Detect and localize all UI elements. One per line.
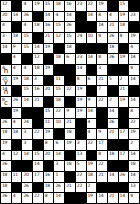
white-cell[interactable]: 8 [129,65,139,75]
cell-code-number: 4 [88,129,91,134]
white-cell[interactable]: 22 [65,86,75,96]
white-cell[interactable]: 15 [119,1,129,11]
white-cell[interactable]: 17 [97,140,107,150]
white-cell[interactable]: 13 [129,183,139,193]
white-cell[interactable]: 21 [44,33,54,43]
white-cell[interactable]: 3 [54,161,64,171]
white-cell[interactable]: 18 [108,44,118,54]
white-cell[interactable]: 18 [54,54,64,64]
cell-letter: n [1,88,11,96]
cell-code-number: 11 [45,119,50,124]
white-cell[interactable]: 15 [22,86,32,96]
cell-code-number: 23 [77,1,82,6]
cell-code-number: 4 [13,193,16,198]
cell-code-number: 24 [77,33,82,38]
white-cell[interactable]: 8 [76,76,86,86]
white-cell[interactable]: 21 [108,129,118,139]
cell-code-number: 4 [13,65,16,70]
white-cell[interactable]: 3 [33,76,43,86]
white-cell[interactable]: 8 [44,140,54,150]
white-cell[interactable]: 11 [44,119,54,129]
white-cell[interactable]: 21 [65,119,75,129]
white-cell[interactable]: 23 [76,54,86,64]
white-cell[interactable]: 2 [87,183,97,193]
white-cell[interactable]: 14 [129,76,139,86]
white-cell[interactable]: 19 [44,65,54,75]
white-cell[interactable]: 11 [54,76,64,86]
white-cell[interactable]: 14 [129,151,139,161]
black-cell [87,151,97,161]
white-cell[interactable]: 4 [1,22,11,32]
black-cell [33,183,43,193]
white-cell[interactable]: 26 [108,119,118,129]
cell-code-number: 19 [120,97,125,102]
black-cell [65,193,75,203]
cell-code-number: 7 [98,86,101,91]
cell-code-number: 5 [109,76,112,81]
white-cell[interactable]: 14 [97,193,107,203]
cell-code-number: 12 [34,54,39,59]
cell-code-number: 14 [98,193,103,198]
white-cell[interactable]: 26 [108,33,118,43]
white-cell[interactable]: 9 [87,97,97,107]
white-cell[interactable]: 26 [22,12,32,22]
white-cell[interactable]: 26 [119,172,129,182]
cell-code-number: 20 [23,172,28,177]
cell-code-number: 15 [55,86,60,91]
cell-code-number: 14 [13,12,18,17]
cell-code-number: 14 [88,12,93,17]
black-cell [108,183,118,193]
white-cell[interactable]: 18 [33,22,43,32]
cell-code-number: 19 [98,1,103,6]
cell-code-number: 19 [77,108,82,113]
white-cell[interactable]: 4 [54,12,64,22]
white-cell[interactable]: 2 [119,76,129,86]
black-cell [76,44,86,54]
white-cell[interactable]: 23 [129,12,139,22]
black-cell [44,161,54,171]
white-cell[interactable]: 12 [12,151,22,161]
cell-code-number: 22 [77,172,82,177]
white-cell[interactable]: 10 [54,119,64,129]
white-cell[interactable]: 6 [87,76,97,86]
white-cell[interactable]: 15 [22,33,32,43]
white-cell[interactable]: 17 [119,129,129,139]
black-cell [22,108,32,118]
cell-code-number: 15 [23,33,28,38]
white-cell[interactable]: 14 [22,97,32,107]
white-cell[interactable]: 19 [44,44,54,54]
white-cell[interactable]: 24 [76,33,86,43]
white-cell[interactable]: 26 [1,193,11,203]
cell-code-number: 22 [77,183,82,188]
white-cell[interactable]: 20 [44,86,54,96]
cell-code-number: 18 [34,65,39,70]
white-cell[interactable]: 14 [119,193,129,203]
white-cell[interactable]: 26 [22,193,32,203]
cell-code-number: 19 [130,33,135,38]
white-cell[interactable]: 14 [33,44,43,54]
white-cell[interactable]: 18 [129,161,139,171]
cell-code-number: 22 [55,108,60,113]
white-cell[interactable]: 14 [108,172,118,182]
black-cell [108,65,118,75]
black-cell [54,129,64,139]
white-cell[interactable]: 26 [1,119,11,129]
white-cell[interactable]: 4 [129,44,139,54]
white-cell[interactable]: 21 [65,183,75,193]
black-cell [22,161,32,171]
white-cell[interactable]: 19 [76,108,86,118]
cell-code-number: 18 [13,33,18,38]
white-cell[interactable]: 22 [129,119,139,129]
white-cell[interactable]: 4 [12,54,22,64]
cell-code-number: 2 [130,140,133,145]
white-cell[interactable]: 20 [44,151,54,161]
cell-code-number: 3 [23,129,26,134]
white-cell[interactable]: 14 [87,54,97,64]
white-cell[interactable]: 4 [22,1,32,11]
white-cell[interactable]: 15 [22,44,32,54]
black-cell [108,161,118,171]
white-cell[interactable]: 4 [12,193,22,203]
cell-code-number: 15 [23,44,28,49]
cell-code-number: 26 [120,172,125,177]
cell-code-number: 4 [55,12,58,17]
cell-code-number: 21 [98,76,103,81]
white-cell[interactable]: 15 [54,86,64,96]
cell-code-number: 21 [109,193,114,198]
black-cell [12,86,22,96]
white-cell[interactable]: 15 [44,1,54,11]
white-cell[interactable]: 18 [65,161,75,171]
white-cell[interactable]: 7 [97,86,107,96]
cell-code-number: 17 [120,151,125,156]
black-cell [76,193,86,203]
white-cell[interactable]: 19 [33,1,43,11]
black-cell [97,44,107,54]
black-cell [119,119,129,129]
white-cell[interactable]: 26 [22,183,32,193]
cell-code-number: 14 [130,97,135,102]
white-cell[interactable]: 22 [97,97,107,107]
white-cell[interactable]: 21 [108,193,118,203]
black-cell [65,172,75,182]
white-cell[interactable]: 5 [76,161,86,171]
white-cell[interactable]: 21 [97,76,107,86]
cell-code-number: 18 [55,1,60,6]
white-cell[interactable]: 14 [54,151,64,161]
white-cell[interactable]: 14 [87,108,97,118]
cell-code-number: 22 [88,1,93,6]
white-cell[interactable]: 19 [97,1,107,11]
white-cell[interactable]: 6 [54,140,64,150]
cell-code-number: 19 [120,54,125,59]
white-cell[interactable]: 19 [44,129,54,139]
white-cell[interactable]: 18 [87,172,97,182]
cell-code-number: 9 [98,129,101,134]
white-cell[interactable]: 16 [33,86,43,96]
black-cell [87,22,97,32]
white-cell[interactable]: 18 [12,129,22,139]
white-cell[interactable]: 14 [87,12,97,22]
cell-code-number: 14 [23,151,28,156]
white-cell[interactable]: 22 [76,172,86,182]
white-cell[interactable]: 18 [12,33,22,43]
cell-letter: y [1,78,11,86]
cell-code-number: 18 [120,22,125,27]
cell-code-number: 22 [66,86,71,91]
black-cell [119,65,129,75]
white-cell[interactable]: 19 [12,76,22,86]
white-cell[interactable]: 15 [54,22,64,32]
cell-code-number: 8 [120,33,123,38]
white-cell[interactable]: 3 [97,65,107,75]
white-cell[interactable]: 4 [108,12,118,22]
white-cell[interactable]: 14 [22,151,32,161]
cell-letter: c [1,99,11,107]
black-cell [44,97,54,107]
white-cell[interactable]: 18 [1,183,11,193]
white-cell[interactable]: 18 [65,44,75,54]
codeword-screenshot: 1241915181623221915201426144141484192344… [0,0,140,204]
cell-code-number: 4 [2,151,5,156]
white-cell[interactable]: 22 [33,129,43,139]
white-cell[interactable]: 14 [129,97,139,107]
cell-code-number: 14 [55,151,60,156]
white-cell[interactable]: 14 [33,161,43,171]
white-cell[interactable]: 12 [54,33,64,43]
cell-code-number: 8 [98,12,101,17]
black-cell [97,108,107,118]
white-cell[interactable]: 9 [97,129,107,139]
white-cell[interactable]: 26 [1,161,11,171]
white-cell[interactable]: 18 [54,1,64,11]
white-cell[interactable]: 18 [119,22,129,32]
white-cell[interactable]: 3 [22,129,32,139]
cell-code-number: 18 [109,44,114,49]
white-cell[interactable]: 19 [129,129,139,139]
white-cell[interactable]: 8 [97,54,107,64]
white-cell[interactable]: 19 [76,86,86,96]
white-cell[interactable]: 8 [119,33,129,43]
cell-code-number: 21 [98,172,103,177]
white-cell[interactable]: 15 [65,33,75,43]
white-cell[interactable]: 14 [54,193,64,203]
white-cell[interactable]: 22 [33,193,43,203]
cell-code-number: 19 [66,140,71,145]
white-cell[interactable]: 19 [119,97,129,107]
white-cell[interactable]: 18 [33,65,43,75]
white-cell[interactable]: 4 [22,22,32,32]
cell-code-number: 14 [130,54,135,59]
white-cell[interactable]: 19 [87,193,97,203]
cell-code-number: 11 [13,172,18,177]
cell-code-number: 3 [55,161,58,166]
black-cell [108,86,118,96]
white-cell[interactable]: 21 [33,97,43,107]
white-cell[interactable]: 19 [119,12,129,22]
white-cell[interactable]: 21 [119,86,129,96]
white-cell[interactable]: 14n [1,86,11,96]
white-cell[interactable]: 24 [22,119,32,129]
white-cell[interactable]: 15 [44,108,54,118]
white-cell[interactable]: 2 [129,140,139,150]
white-cell[interactable]: 26 [65,22,75,32]
white-cell[interactable]: 13 [76,151,86,161]
white-cell[interactable]: 4h [1,65,11,75]
black-cell [129,22,139,32]
white-cell[interactable]: 17 [119,151,129,161]
white-cell[interactable]: 8 [97,151,107,161]
white-cell[interactable]: 19 [12,108,22,118]
white-cell[interactable]: 14 [108,108,118,118]
white-cell[interactable]: 8 [97,33,107,43]
white-cell[interactable]: 18 [44,183,54,193]
cell-code-number: 14 [88,108,93,113]
cell-code-number: 9 [13,44,16,49]
cell-code-number: 16 [45,172,50,177]
black-cell [44,76,54,86]
white-cell[interactable]: 19 [76,97,86,107]
black-cell [97,119,107,129]
cell-code-number: 14 [55,193,60,198]
cell-code-number: 18 [66,161,71,166]
white-cell[interactable]: 20 [22,172,32,182]
white-cell[interactable]: 16 [44,22,54,32]
white-cell[interactable]: 18 [1,129,11,139]
white-cell[interactable]: 15 [33,151,43,161]
white-cell[interactable]: 4 [87,129,97,139]
cell-code-number: 16 [34,86,39,91]
cell-code-number: 23 [77,54,82,59]
white-cell[interactable]: 4 [1,151,11,161]
white-cell[interactable]: 14 [129,172,139,182]
white-cell[interactable]: 2 [108,97,118,107]
cell-code-number: 21 [109,22,114,27]
white-cell[interactable]: 19 [129,33,139,43]
white-cell[interactable]: 16 [65,1,75,11]
cell-code-number: 19 [130,129,135,134]
white-cell[interactable]: 4 [12,119,22,129]
white-cell[interactable]: 14 [12,12,22,22]
white-cell[interactable]: 18 [54,97,64,107]
white-cell[interactable]: 8 [44,193,54,203]
white-cell[interactable]: 22 [87,1,97,11]
white-cell[interactable]: 22 [87,140,97,150]
cell-code-number: 14 [88,54,93,59]
cell-code-number: 18 [2,129,7,134]
cell-code-number: 26 [109,33,114,38]
white-cell[interactable]: 26 [54,183,64,193]
white-cell[interactable]: 14 [97,22,107,32]
white-cell[interactable]: 14 [1,44,11,54]
white-cell[interactable]: 21 [97,172,107,182]
white-cell[interactable]: 4 [22,65,32,75]
white-cell[interactable]: 8c [1,97,11,107]
white-cell[interactable]: 18 [108,151,118,161]
white-cell[interactable]: 4 [87,119,97,129]
cell-code-number: 4 [130,44,133,49]
black-cell [108,140,118,150]
white-cell[interactable]: 18 [22,76,32,86]
white-cell[interactable]: 1 [54,172,64,182]
cell-code-number: 19 [34,1,39,6]
white-cell[interactable]: 19 [1,140,11,150]
cell-code-number: 19 [13,76,18,81]
white-cell[interactable]: 22 [97,161,107,171]
white-cell[interactable]: 26 [12,97,22,107]
cell-code-number: 16 [45,22,50,27]
black-cell [76,12,86,22]
white-cell[interactable]: 11 [12,172,22,182]
white-cell[interactable]: 14 [129,54,139,64]
cell-code-number: 2 [120,76,123,81]
cell-code-number: 18 [23,76,28,81]
cell-code-number: 17 [120,129,125,134]
white-cell[interactable]: 9 [65,108,75,118]
white-cell[interactable]: 23 [76,1,86,11]
cell-code-number: 4 [23,65,26,70]
black-cell [12,22,22,32]
white-cell[interactable]: 22 [76,183,86,193]
white-cell[interactable]: 3 [76,140,86,150]
white-cell[interactable]: 21y [1,76,11,86]
white-cell[interactable]: 14 [76,65,86,75]
white-cell[interactable]: 22 [54,108,64,118]
white-cell[interactable]: 3 [1,33,11,43]
cell-code-number: 9 [66,108,69,113]
white-cell[interactable]: 19 [119,54,129,64]
white-cell[interactable]: 12 [1,1,11,11]
black-cell [12,1,22,11]
white-cell[interactable]: 4 [12,65,22,75]
white-cell[interactable]: 17 [33,172,43,182]
cell-code-number: 19 [45,129,50,134]
white-cell[interactable]: 18 [65,129,75,139]
cell-code-number: 22 [130,119,135,124]
white-cell[interactable]: 14 [65,12,75,22]
white-cell[interactable]: 26 [108,54,118,64]
white-cell[interactable]: 10 [87,33,97,43]
cell-code-number: 26 [13,97,18,102]
white-cell[interactable]: 8 [129,108,139,118]
cell-code-number: 18 [2,172,7,177]
white-cell[interactable]: 9 [12,44,22,54]
cell-code-number: 21 [34,97,39,102]
black-cell [97,183,107,193]
white-cell[interactable]: 3 [22,140,32,150]
white-cell[interactable]: 21 [108,22,118,32]
white-cell[interactable]: 20 [1,12,11,22]
white-cell[interactable]: 8 [129,193,139,203]
white-cell[interactable]: 14 [44,12,54,22]
white-cell[interactable]: 8 [97,12,107,22]
white-cell[interactable]: 16 [44,172,54,182]
white-cell[interactable]: 18 [1,172,11,182]
white-cell[interactable]: 12 [33,54,43,64]
cell-code-number: 4 [13,119,16,124]
white-cell[interactable]: 6 [65,54,75,64]
black-cell [76,22,86,32]
cell-code-number: 15 [55,22,60,27]
white-cell[interactable]: 19 [87,161,97,171]
white-cell[interactable]: 19 [65,140,75,150]
white-cell[interactable]: 5 [108,76,118,86]
cell-code-number: 22 [88,140,93,145]
cell-code-number: 17 [34,172,39,177]
